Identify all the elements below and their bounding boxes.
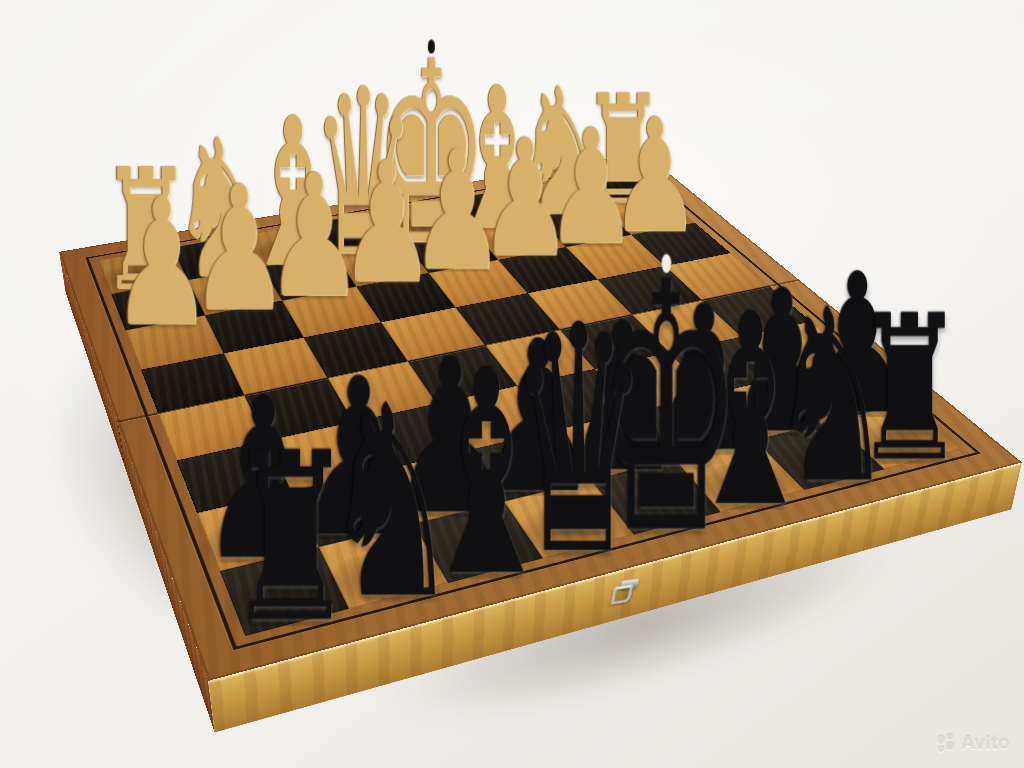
chess-box: ♜♞♝♚♛♝♞♜♟♟♟♟♟♟♟♟♟♟♟♟♟♟♟♟♜♞♝♚♛♝♞♜ xyxy=(59,153,1022,681)
square-h2: ♟ xyxy=(111,280,205,330)
fold-seam-side-crack xyxy=(117,419,125,467)
avito-logo-icon xyxy=(937,734,954,752)
white-ball-finial-icon xyxy=(662,254,671,273)
avito-watermark: Avito xyxy=(937,732,1010,754)
watermark-label: Avito xyxy=(961,732,1010,754)
black-ball-finial-icon xyxy=(428,40,435,54)
photo-background: ♜♞♝♚♛♝♞♜♟♟♟♟♟♟♟♟♟♟♟♟♟♟♟♟♜♞♝♚♛♝♞♜ Avito xyxy=(0,0,1024,768)
square-g3 xyxy=(205,301,304,354)
scene-3d: ♜♞♝♚♛♝♞♜♟♟♟♟♟♟♟♟♟♟♟♟♟♟♟♟♜♞♝♚♛♝♞♜ xyxy=(0,0,1024,768)
